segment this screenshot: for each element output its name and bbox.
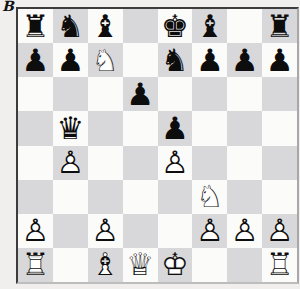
black-king-e8-piece: ♚ [158,9,193,43]
square-g7[interactable]: ♟ [227,43,262,77]
black-pawn-icon: ♟ [161,113,189,144]
black-pawn-g7-piece: ♟ [227,43,262,77]
black-pawn-b7-piece: ♟ [53,43,88,77]
square-f5[interactable] [192,111,227,145]
square-g5[interactable] [227,111,262,145]
white-pawn-icon: ♙ [56,147,84,178]
square-d7[interactable] [123,43,158,77]
white-pawn-b4-piece: ♟♙ [53,146,88,180]
square-e5[interactable]: ♟ [158,111,193,145]
white-knight-c7-piece: ♞♘ [88,43,123,77]
square-b8[interactable]: ♞ [53,9,88,43]
black-pawn-a7-piece: ♟ [18,43,53,77]
square-c6[interactable] [88,77,123,111]
white-pawn-c2-piece: ♟♙ [88,214,123,248]
white-king-icon: ♔ [161,249,189,280]
white-queen-icon: ♕ [126,249,154,280]
square-f1[interactable] [192,248,227,282]
square-c4[interactable] [88,146,123,180]
black-pawn-h7-piece: ♟ [262,43,297,77]
black-queen-icon: ♛ [56,113,84,144]
square-f2[interactable]: ♟♙ [192,214,227,248]
white-pawn-g2-piece: ♟♙ [227,214,262,248]
square-a2[interactable]: ♟♙ [18,214,53,248]
side-to-move-label: B [2,0,14,14]
square-a7[interactable]: ♟ [18,43,53,77]
square-e1[interactable]: ♚♔ [158,248,193,282]
square-d5[interactable] [123,111,158,145]
square-b7[interactable]: ♟ [53,43,88,77]
black-pawn-icon: ♟ [56,45,84,76]
white-rook-icon: ♖ [266,249,294,280]
black-pawn-f7-piece: ♟ [192,43,227,77]
square-f7[interactable]: ♟ [192,43,227,77]
square-f6[interactable] [192,77,227,111]
square-f3[interactable]: ♞♘ [192,180,227,214]
chess-board: ♜♞♝♚♝♜♟♟♞♘♞♟♟♟♟♛♟♟♙♟♙♞♘♟♙♟♙♟♙♟♙♟♙♜♖♝♗♛♕♚… [16,7,299,284]
square-b6[interactable] [53,77,88,111]
square-g3[interactable] [227,180,262,214]
square-d6[interactable]: ♟ [123,77,158,111]
white-rook-icon: ♖ [22,249,50,280]
white-pawn-a2-piece: ♟♙ [18,214,53,248]
black-pawn-d6-piece: ♟ [123,77,158,111]
black-pawn-icon: ♟ [22,45,50,76]
square-a1[interactable]: ♜♖ [18,248,53,282]
square-e3[interactable] [158,180,193,214]
square-g4[interactable] [227,146,262,180]
square-h7[interactable]: ♟ [262,43,297,77]
square-c5[interactable] [88,111,123,145]
black-knight-e7-piece: ♞ [158,43,193,77]
black-rook-icon: ♜ [266,11,294,42]
black-knight-icon: ♞ [161,45,189,76]
square-c7[interactable]: ♞♘ [88,43,123,77]
white-rook-a1-piece: ♜♖ [18,248,53,282]
square-b3[interactable] [53,180,88,214]
white-knight-f3-piece: ♞♘ [192,180,227,214]
square-a5[interactable] [18,111,53,145]
black-rook-icon: ♜ [22,11,50,42]
white-pawn-icon: ♙ [196,215,224,246]
black-pawn-icon: ♟ [126,79,154,110]
square-d8[interactable] [123,9,158,43]
square-b2[interactable] [53,214,88,248]
square-a3[interactable] [18,180,53,214]
black-rook-a8-piece: ♜ [18,9,53,43]
white-queen-d1-piece: ♛♕ [123,248,158,282]
square-e7[interactable]: ♞ [158,43,193,77]
black-queen-b5-piece: ♛ [53,111,88,145]
square-g8[interactable] [227,9,262,43]
black-pawn-icon: ♟ [196,45,224,76]
white-pawn-icon: ♙ [22,215,50,246]
square-h1[interactable]: ♜♖ [262,248,297,282]
white-pawn-icon: ♙ [91,215,119,246]
black-bishop-f8-piece: ♝ [192,9,227,43]
square-h3[interactable] [262,180,297,214]
black-pawn-icon: ♟ [266,45,294,76]
black-knight-icon: ♞ [56,11,84,42]
black-pawn-e5-piece: ♟ [158,111,193,145]
square-b4[interactable]: ♟♙ [53,146,88,180]
black-bishop-c8-piece: ♝ [88,9,123,43]
square-e6[interactable] [158,77,193,111]
white-pawn-e4-piece: ♟♙ [158,146,193,180]
white-pawn-h2-piece: ♟♙ [262,214,297,248]
square-d3[interactable] [123,180,158,214]
square-g2[interactable]: ♟♙ [227,214,262,248]
square-g6[interactable] [227,77,262,111]
white-pawn-f2-piece: ♟♙ [192,214,227,248]
square-b5[interactable]: ♛ [53,111,88,145]
square-h2[interactable]: ♟♙ [262,214,297,248]
square-e4[interactable]: ♟♙ [158,146,193,180]
black-rook-h8-piece: ♜ [262,9,297,43]
black-knight-b8-piece: ♞ [53,9,88,43]
black-bishop-icon: ♝ [91,11,119,42]
square-c3[interactable] [88,180,123,214]
square-a4[interactable] [18,146,53,180]
white-pawn-icon: ♙ [161,147,189,178]
black-king-icon: ♚ [161,11,189,42]
square-f8[interactable]: ♝ [192,9,227,43]
square-e8[interactable]: ♚ [158,9,193,43]
square-g1[interactable] [227,248,262,282]
white-pawn-icon: ♙ [231,215,259,246]
white-bishop-c1-piece: ♝♗ [88,248,123,282]
square-d4[interactable] [123,146,158,180]
white-rook-h1-piece: ♜♖ [262,248,297,282]
white-king-e1-piece: ♚♔ [158,248,193,282]
white-pawn-icon: ♙ [266,215,294,246]
square-h5[interactable] [262,111,297,145]
square-c8[interactable]: ♝ [88,9,123,43]
square-d2[interactable] [123,214,158,248]
square-h8[interactable]: ♜ [262,9,297,43]
square-a6[interactable] [18,77,53,111]
square-e2[interactable] [158,214,193,248]
black-pawn-icon: ♟ [231,45,259,76]
square-h6[interactable] [262,77,297,111]
square-h4[interactable] [262,146,297,180]
black-bishop-icon: ♝ [196,11,224,42]
square-b1[interactable] [53,248,88,282]
square-d1[interactable]: ♛♕ [123,248,158,282]
white-bishop-icon: ♗ [91,249,119,280]
square-f4[interactable] [192,146,227,180]
white-knight-icon: ♘ [196,181,224,212]
square-c1[interactable]: ♝♗ [88,248,123,282]
white-knight-icon: ♘ [91,45,119,76]
square-c2[interactable]: ♟♙ [88,214,123,248]
square-a8[interactable]: ♜ [18,9,53,43]
